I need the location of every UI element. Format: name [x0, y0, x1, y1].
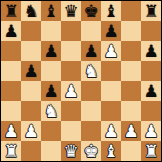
square-b8[interactable]: ♞ [21, 1, 41, 21]
black-bishop: ♝ [43, 1, 58, 21]
square-g3[interactable] [121, 101, 141, 121]
square-d6[interactable] [61, 41, 81, 61]
square-a8[interactable]: ♜ [1, 1, 21, 21]
square-c6[interactable]: ♟ [41, 41, 61, 61]
white-pawn: ♟ [23, 121, 38, 141]
white-knight: ♞ [83, 61, 98, 81]
square-c4[interactable]: ♟ [41, 81, 61, 101]
square-g5[interactable] [121, 61, 141, 81]
black-bishop: ♝ [103, 1, 118, 21]
square-g6[interactable] [121, 41, 141, 61]
square-e4[interactable] [81, 81, 101, 101]
square-g4[interactable] [121, 81, 141, 101]
black-pawn: ♟ [43, 81, 58, 101]
square-d7[interactable] [61, 21, 81, 41]
square-d8[interactable]: ♛ [61, 1, 81, 21]
white-rook: ♜ [3, 141, 18, 161]
white-pawn: ♟ [143, 121, 158, 141]
black-pawn: ♟ [83, 41, 98, 61]
square-e1[interactable]: ♚ [81, 141, 101, 161]
white-pawn: ♟ [63, 81, 78, 101]
square-b7[interactable] [21, 21, 41, 41]
white-king: ♚ [83, 141, 98, 161]
square-b6[interactable] [21, 41, 41, 61]
square-b4[interactable] [21, 81, 41, 101]
square-f1[interactable]: ♝ [101, 141, 121, 161]
square-a1[interactable]: ♜ [1, 141, 21, 161]
square-h2[interactable]: ♟ [141, 121, 161, 141]
square-h5[interactable] [141, 61, 161, 81]
square-h6[interactable]: ♟ [141, 41, 161, 61]
square-a5[interactable] [1, 61, 21, 81]
square-f2[interactable]: ♟ [101, 121, 121, 141]
square-h4[interactable]: ♟ [141, 81, 161, 101]
square-a7[interactable]: ♟ [1, 21, 21, 41]
black-pawn: ♟ [23, 61, 38, 81]
square-h8[interactable]: ♜ [141, 1, 161, 21]
white-bishop: ♝ [103, 141, 118, 161]
black-pawn: ♟ [143, 81, 158, 101]
square-h7[interactable] [141, 21, 161, 41]
square-e6[interactable]: ♟ [81, 41, 101, 61]
white-queen: ♛ [63, 141, 78, 161]
square-e5[interactable]: ♞ [81, 61, 101, 81]
black-pawn: ♟ [143, 41, 158, 61]
white-pawn: ♟ [123, 121, 138, 141]
square-e3[interactable] [81, 101, 101, 121]
white-knight: ♞ [43, 101, 58, 121]
square-d4[interactable]: ♟ [61, 81, 81, 101]
white-rook: ♜ [143, 141, 158, 161]
square-a2[interactable]: ♟ [1, 121, 21, 141]
square-g2[interactable]: ♟ [121, 121, 141, 141]
square-f4[interactable] [101, 81, 121, 101]
black-pawn: ♟ [3, 21, 18, 41]
square-c8[interactable]: ♝ [41, 1, 61, 21]
square-d5[interactable] [61, 61, 81, 81]
square-c1[interactable] [41, 141, 61, 161]
square-h1[interactable]: ♜ [141, 141, 161, 161]
white-pawn: ♟ [3, 121, 18, 141]
black-pawn: ♟ [103, 21, 118, 41]
square-f6[interactable]: ♟ [101, 41, 121, 61]
square-d3[interactable] [61, 101, 81, 121]
square-d1[interactable]: ♛ [61, 141, 81, 161]
chess-board: ♜♞♝♛♚♝♜♟♟♟♟♟♟♟♞♟♟♟♞♟♟♟♟♟♜♛♚♝♜ [0, 0, 162, 162]
square-c2[interactable] [41, 121, 61, 141]
square-g8[interactable] [121, 1, 141, 21]
square-d2[interactable] [61, 121, 81, 141]
black-king: ♚ [83, 1, 98, 21]
square-c7[interactable] [41, 21, 61, 41]
square-e7[interactable] [81, 21, 101, 41]
black-queen: ♛ [63, 1, 78, 21]
square-g7[interactable] [121, 21, 141, 41]
black-rook: ♜ [143, 1, 158, 21]
square-c5[interactable] [41, 61, 61, 81]
square-b2[interactable]: ♟ [21, 121, 41, 141]
black-knight: ♞ [23, 1, 38, 21]
square-b1[interactable] [21, 141, 41, 161]
square-f5[interactable] [101, 61, 121, 81]
square-f3[interactable] [101, 101, 121, 121]
square-a6[interactable] [1, 41, 21, 61]
white-pawn: ♟ [103, 41, 118, 61]
white-pawn: ♟ [103, 121, 118, 141]
square-g1[interactable] [121, 141, 141, 161]
black-pawn: ♟ [43, 41, 58, 61]
square-h3[interactable] [141, 101, 161, 121]
square-b5[interactable]: ♟ [21, 61, 41, 81]
square-a3[interactable] [1, 101, 21, 121]
square-b3[interactable] [21, 101, 41, 121]
square-e8[interactable]: ♚ [81, 1, 101, 21]
square-f8[interactable]: ♝ [101, 1, 121, 21]
black-rook: ♜ [3, 1, 18, 21]
square-c3[interactable]: ♞ [41, 101, 61, 121]
square-e2[interactable] [81, 121, 101, 141]
square-a4[interactable] [1, 81, 21, 101]
square-f7[interactable]: ♟ [101, 21, 121, 41]
